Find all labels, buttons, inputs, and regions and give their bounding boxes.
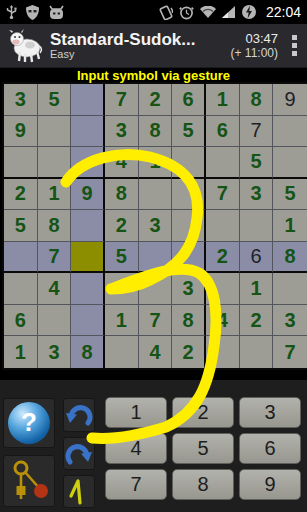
sudoku-cell-r1c2[interactable]: 5 bbox=[38, 84, 72, 116]
sudoku-cell-r6c2[interactable]: 7 bbox=[38, 242, 72, 274]
solver-graph-button[interactable] bbox=[3, 455, 55, 507]
numpad-button-1[interactable]: 1 bbox=[105, 397, 167, 428]
difficulty-label: Easy bbox=[50, 49, 195, 61]
rotation-lock-icon bbox=[159, 5, 173, 20]
sudoku-cell-r7c6[interactable]: 3 bbox=[172, 273, 206, 305]
sudoku-cell-r9c4[interactable] bbox=[105, 336, 139, 368]
sudoku-cell-r4c7[interactable]: 7 bbox=[206, 179, 240, 211]
sudoku-cell-r9c8[interactable] bbox=[240, 336, 274, 368]
sudoku-cell-r5c7[interactable] bbox=[206, 210, 240, 242]
sudoku-cell-r7c7[interactable] bbox=[206, 273, 240, 305]
control-panel: ? bbox=[0, 380, 307, 512]
sudoku-cell-r6c6[interactable] bbox=[172, 242, 206, 274]
sudoku-cell-r4c9[interactable]: 5 bbox=[273, 179, 307, 211]
numpad-button-5[interactable]: 5 bbox=[172, 433, 234, 464]
sudoku-cell-r3c5[interactable]: 1 bbox=[139, 147, 173, 179]
sudoku-cell-r1c8[interactable]: 8 bbox=[240, 84, 274, 116]
sudoku-cell-r2c3[interactable] bbox=[71, 116, 105, 148]
sudoku-cell-r2c5[interactable]: 8 bbox=[139, 116, 173, 148]
sudoku-cell-r8c6[interactable]: 8 bbox=[172, 305, 206, 337]
sudoku-cell-r4c3[interactable]: 9 bbox=[71, 179, 105, 211]
sudoku-cell-r5c8[interactable] bbox=[240, 210, 274, 242]
hint-banner: Input symbol via gesture bbox=[0, 68, 307, 82]
sudoku-cell-r1c6[interactable]: 6 bbox=[172, 84, 206, 116]
mascot-icon bbox=[48, 5, 65, 19]
sudoku-cell-r3c6[interactable] bbox=[172, 147, 206, 179]
sudoku-cell-r9c6[interactable]: 2 bbox=[172, 336, 206, 368]
hint-text: Input symbol via gesture bbox=[77, 68, 230, 83]
sudoku-cell-r8c9[interactable]: 3 bbox=[273, 305, 307, 337]
sudoku-cell-r2c9[interactable] bbox=[273, 116, 307, 148]
sudoku-cell-r2c6[interactable]: 5 bbox=[172, 116, 206, 148]
numpad-button-8[interactable]: 8 bbox=[172, 469, 234, 500]
sudoku-cell-r6c9[interactable]: 8 bbox=[273, 242, 307, 274]
numpad-button-2[interactable]: 2 bbox=[172, 397, 234, 428]
sudoku-cell-r7c2[interactable]: 4 bbox=[38, 273, 72, 305]
timer-elapsed: 03:47 bbox=[231, 31, 278, 47]
sudoku-cell-r7c1[interactable] bbox=[4, 273, 38, 305]
overflow-menu-icon[interactable] bbox=[290, 31, 299, 60]
sudoku-cell-r6c3[interactable] bbox=[71, 242, 105, 274]
app-title: Standard-Sudok... bbox=[50, 31, 195, 49]
sudoku-cell-r4c1[interactable]: 2 bbox=[4, 179, 38, 211]
sudoku-cell-r3c7[interactable] bbox=[206, 147, 240, 179]
sudoku-cell-r7c9[interactable] bbox=[273, 273, 307, 305]
sudoku-cell-r2c2[interactable] bbox=[38, 116, 72, 148]
sudoku-cell-r5c1[interactable]: 5 bbox=[4, 210, 38, 242]
alarm-icon bbox=[179, 5, 194, 20]
sudoku-cell-r1c7[interactable]: 1 bbox=[206, 84, 240, 116]
sudoku-cell-r2c7[interactable]: 6 bbox=[206, 116, 240, 148]
undo-button[interactable] bbox=[63, 398, 95, 432]
sudoku-cell-r8c5[interactable]: 7 bbox=[139, 305, 173, 337]
solver-graph-icon bbox=[7, 459, 51, 503]
sudoku-cell-r7c8[interactable]: 1 bbox=[240, 273, 274, 305]
sudoku-cell-r1c4[interactable]: 7 bbox=[105, 84, 139, 116]
sudoku-cell-r3c4[interactable]: 4 bbox=[105, 147, 139, 179]
sudoku-cell-r7c4[interactable] bbox=[105, 273, 139, 305]
sudoku-cell-r4c8[interactable]: 3 bbox=[240, 179, 274, 211]
shield-icon bbox=[26, 5, 39, 20]
sudoku-cell-r6c4[interactable]: 5 bbox=[105, 242, 139, 274]
help-icon: ? bbox=[8, 402, 50, 444]
sudoku-cell-r7c5[interactable] bbox=[139, 273, 173, 305]
clock-time: 22:04 bbox=[266, 4, 301, 20]
sudoku-cell-r3c2[interactable] bbox=[38, 147, 72, 179]
cow-mascot-icon bbox=[6, 28, 44, 64]
app-window: 22:04 Standard-Sudok... Easy 03:47 (+ 11… bbox=[0, 0, 307, 512]
sudoku-cell-r5c4[interactable]: 2 bbox=[105, 210, 139, 242]
sudoku-cell-r9c1[interactable]: 1 bbox=[4, 336, 38, 368]
timer-penalty: (+ 11:00) bbox=[231, 46, 278, 60]
sudoku-cell-r1c9[interactable]: 9 bbox=[273, 84, 307, 116]
sudoku-cell-r1c3[interactable] bbox=[71, 84, 105, 116]
sudoku-cell-r4c2[interactable]: 1 bbox=[38, 179, 72, 211]
app-header: Standard-Sudok... Easy 03:47 (+ 11:00) bbox=[0, 24, 307, 68]
number-pad: 123456789 bbox=[105, 397, 303, 500]
sudoku-cell-r5c2[interactable]: 8 bbox=[38, 210, 72, 242]
sudoku-cell-r8c8[interactable]: 2 bbox=[240, 305, 274, 337]
sudoku-cell-r6c5[interactable] bbox=[139, 242, 173, 274]
sudoku-cell-r8c3[interactable] bbox=[71, 305, 105, 337]
wifi-icon bbox=[200, 6, 216, 18]
sudoku-cell-r2c8[interactable]: 7 bbox=[240, 116, 274, 148]
numpad-button-9[interactable]: 9 bbox=[239, 469, 301, 500]
sudoku-cell-r9c5[interactable]: 4 bbox=[139, 336, 173, 368]
numpad-button-4[interactable]: 4 bbox=[105, 433, 167, 464]
usb-icon bbox=[6, 5, 17, 20]
numpad-button-7[interactable]: 7 bbox=[105, 469, 167, 500]
sudoku-cell-r4c5[interactable] bbox=[139, 179, 173, 211]
gesture-one-button[interactable] bbox=[63, 475, 95, 508]
sudoku-cell-r1c5[interactable]: 2 bbox=[139, 84, 173, 116]
sudoku-cell-r5c5[interactable]: 3 bbox=[139, 210, 173, 242]
sudoku-cell-r8c4[interactable]: 1 bbox=[105, 305, 139, 337]
sudoku-grid: 3572618993856741521987355823175268431617… bbox=[2, 82, 307, 370]
sudoku-cell-r5c9[interactable]: 1 bbox=[273, 210, 307, 242]
sudoku-cell-r8c2[interactable] bbox=[38, 305, 72, 337]
sudoku-cell-r6c7[interactable]: 2 bbox=[206, 242, 240, 274]
sudoku-cell-r5c3[interactable] bbox=[71, 210, 105, 242]
sudoku-cell-r3c8[interactable]: 5 bbox=[240, 147, 274, 179]
sudoku-cell-r7c3[interactable] bbox=[71, 273, 105, 305]
undo-icon bbox=[65, 401, 93, 429]
sudoku-cell-r1c1[interactable]: 3 bbox=[4, 84, 38, 116]
sudoku-cell-r9c7[interactable] bbox=[206, 336, 240, 368]
sudoku-cell-r3c3[interactable] bbox=[71, 147, 105, 179]
battery-charging-icon bbox=[241, 4, 257, 20]
redo-icon bbox=[65, 440, 93, 468]
signal-icon bbox=[222, 6, 235, 18]
sudoku-cell-r6c1[interactable] bbox=[4, 242, 38, 274]
sudoku-cell-r5c6[interactable] bbox=[172, 210, 206, 242]
sudoku-cell-r8c7[interactable]: 4 bbox=[206, 305, 240, 337]
sudoku-cell-r3c1[interactable] bbox=[4, 147, 38, 179]
sudoku-cell-r2c1[interactable]: 9 bbox=[4, 116, 38, 148]
timer: 03:47 (+ 11:00) bbox=[231, 31, 278, 61]
numpad-button-3[interactable]: 3 bbox=[239, 397, 301, 428]
status-bar: 22:04 bbox=[0, 0, 307, 24]
sudoku-cell-r2c4[interactable]: 3 bbox=[105, 116, 139, 148]
sudoku-cell-r9c3[interactable]: 8 bbox=[71, 336, 105, 368]
sudoku-cell-r9c2[interactable]: 3 bbox=[38, 336, 72, 368]
sudoku-cell-r6c8[interactable]: 6 bbox=[240, 242, 274, 274]
redo-button[interactable] bbox=[63, 437, 95, 470]
sudoku-cell-r4c6[interactable] bbox=[172, 179, 206, 211]
help-button[interactable]: ? bbox=[3, 398, 55, 448]
gesture-one-icon bbox=[65, 477, 93, 506]
sudoku-cell-r9c9[interactable]: 7 bbox=[273, 336, 307, 368]
sudoku-cell-r4c4[interactable]: 8 bbox=[105, 179, 139, 211]
sudoku-cell-r8c1[interactable]: 6 bbox=[4, 305, 38, 337]
sudoku-cell-r3c9[interactable] bbox=[273, 147, 307, 179]
numpad-button-6[interactable]: 6 bbox=[239, 433, 301, 464]
